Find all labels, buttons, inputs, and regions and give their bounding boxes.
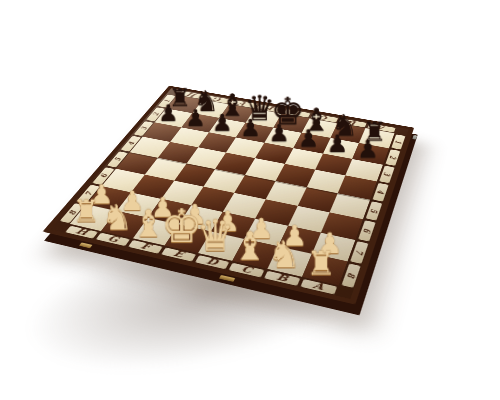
rank-label-right-6-label: 6 xyxy=(361,228,372,234)
rank-label-left-2-label: 2 xyxy=(151,112,160,116)
piece-white-queen[interactable]: ♛ xyxy=(196,215,235,256)
file-label-top-a-label: A xyxy=(376,124,386,130)
file-label-bottom-e-label: E xyxy=(172,249,186,259)
metal-latch-hook-icon xyxy=(412,135,417,140)
rank-label-right-6: 6 xyxy=(356,219,377,243)
piece-white-bishop[interactable]: ♝ xyxy=(232,227,267,264)
chess-set-photo: HGFEDCBA1♜♞♝♛♚♝♞♜12♟♟♟♟♟♟♟♟2334455667♟♟♟… xyxy=(0,0,500,400)
file-label-bottom-a-label: A xyxy=(312,281,325,292)
piece-black-pawn[interactable]: ♟ xyxy=(268,122,289,144)
file-label-bottom-h-label: H xyxy=(74,227,90,237)
file-label-bottom-f-label: F xyxy=(139,242,152,251)
rank-label-right-8-label: 8 xyxy=(345,272,356,279)
file-label-top-d-label: D xyxy=(292,110,303,116)
file-label-top-c-label: C xyxy=(320,115,330,121)
piece-white-rook[interactable]: ♜ xyxy=(72,198,99,227)
piece-white-knight[interactable]: ♞ xyxy=(268,237,302,273)
rank-label-right-7-label: 7 xyxy=(353,249,364,255)
brass-clasp xyxy=(79,242,93,248)
piece-black-pawn[interactable]: ♟ xyxy=(240,117,261,139)
rank-label-left-5-label: 5 xyxy=(112,157,122,162)
file-label-top-g-label: G xyxy=(212,96,223,102)
rank-label-left-4-label: 4 xyxy=(126,141,136,145)
rank-label-right-4-label: 4 xyxy=(375,189,385,194)
file-label-top-b-label: B xyxy=(347,120,358,126)
rank-label-right-2-label: 2 xyxy=(388,155,397,160)
rank-label-right-1-label: 1 xyxy=(393,140,402,144)
rank-label-left-1-label: 1 xyxy=(162,99,171,103)
rank-label-right-5-label: 5 xyxy=(368,208,378,213)
file-label-top-e-label: E xyxy=(265,105,275,111)
file-label-bottom-d-label: D xyxy=(205,257,220,267)
rank-label-right-8: 8 xyxy=(339,262,362,289)
rank-label-right-3-label: 3 xyxy=(382,172,392,177)
piece-black-pawn[interactable]: ♟ xyxy=(327,133,349,156)
piece-black-pawn[interactable]: ♟ xyxy=(185,107,206,129)
piece-white-rook[interactable]: ♜ xyxy=(306,249,336,280)
file-label-top-f-label: F xyxy=(239,101,249,107)
piece-black-pawn[interactable]: ♟ xyxy=(212,112,233,134)
rank-label-left-6-label: 6 xyxy=(98,174,108,179)
piece-black-pawn[interactable]: ♟ xyxy=(297,127,318,150)
rank-label-left-3-label: 3 xyxy=(139,126,148,130)
piece-white-knight[interactable]: ♞ xyxy=(101,200,133,234)
file-label-bottom-g-label: G xyxy=(106,234,121,244)
square-b3[interactable] xyxy=(315,153,353,175)
file-label-top-h-label: H xyxy=(186,92,198,98)
piece-black-pawn[interactable]: ♟ xyxy=(357,138,379,161)
file-label-bottom-c-label: C xyxy=(240,265,254,275)
file-label-bottom-b-label: B xyxy=(275,273,289,284)
